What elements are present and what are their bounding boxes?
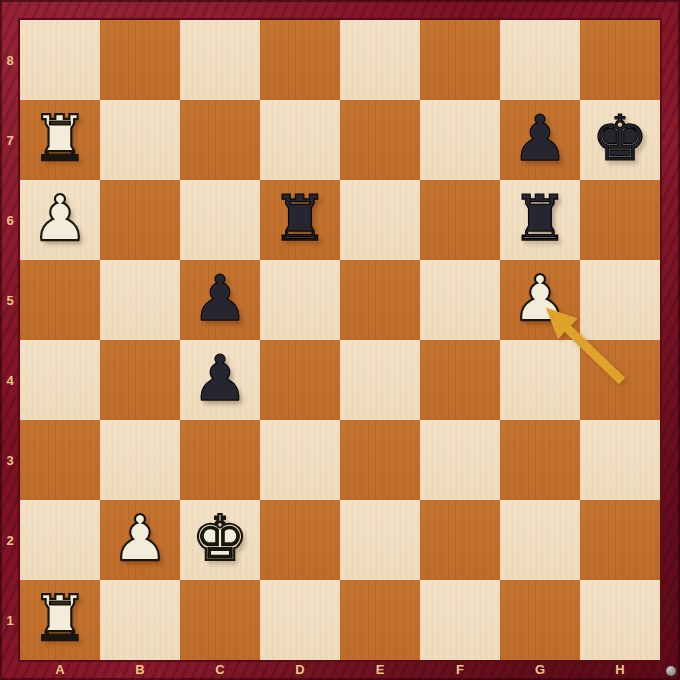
square-c6[interactable] bbox=[180, 180, 260, 260]
white-pawn[interactable]: ♟ bbox=[100, 500, 180, 580]
square-g4[interactable] bbox=[500, 340, 580, 420]
white-rook[interactable]: ♜ bbox=[20, 580, 100, 660]
square-a5[interactable] bbox=[20, 260, 100, 340]
black-rook[interactable]: ♜ bbox=[260, 180, 340, 260]
file-label-c: C bbox=[180, 659, 260, 679]
square-e6[interactable] bbox=[340, 180, 420, 260]
rank-label-2: 2 bbox=[0, 500, 20, 580]
square-h1[interactable] bbox=[580, 580, 660, 660]
corner-grip bbox=[666, 666, 676, 676]
square-f5[interactable] bbox=[420, 260, 500, 340]
rank-label-4: 4 bbox=[0, 340, 20, 420]
rank-label-6: 6 bbox=[0, 180, 20, 260]
square-b5[interactable] bbox=[100, 260, 180, 340]
square-c4[interactable]: ♟ bbox=[180, 340, 260, 420]
square-e3[interactable] bbox=[340, 420, 420, 500]
square-g8[interactable] bbox=[500, 20, 580, 100]
file-label-e: E bbox=[340, 659, 420, 679]
file-label-b: B bbox=[100, 659, 180, 679]
square-a4[interactable] bbox=[20, 340, 100, 420]
square-c8[interactable] bbox=[180, 20, 260, 100]
square-h5[interactable] bbox=[580, 260, 660, 340]
rank-label-3: 3 bbox=[0, 420, 20, 500]
square-h3[interactable] bbox=[580, 420, 660, 500]
black-pawn[interactable]: ♟ bbox=[180, 340, 260, 420]
square-b2[interactable]: ♟ bbox=[100, 500, 180, 580]
square-f3[interactable] bbox=[420, 420, 500, 500]
square-f4[interactable] bbox=[420, 340, 500, 420]
square-g5[interactable]: ♟ bbox=[500, 260, 580, 340]
rank-label-8: 8 bbox=[0, 20, 20, 100]
square-c1[interactable] bbox=[180, 580, 260, 660]
square-b8[interactable] bbox=[100, 20, 180, 100]
square-d8[interactable] bbox=[260, 20, 340, 100]
square-a7[interactable]: ♜ bbox=[20, 100, 100, 180]
rank-label-5: 5 bbox=[0, 260, 20, 340]
square-f6[interactable] bbox=[420, 180, 500, 260]
square-e7[interactable] bbox=[340, 100, 420, 180]
square-e2[interactable] bbox=[340, 500, 420, 580]
file-label-h: H bbox=[580, 659, 660, 679]
white-rook[interactable]: ♜ bbox=[20, 100, 100, 180]
square-d2[interactable] bbox=[260, 500, 340, 580]
white-king[interactable]: ♚ bbox=[180, 500, 260, 580]
square-f2[interactable] bbox=[420, 500, 500, 580]
square-f7[interactable] bbox=[420, 100, 500, 180]
square-g7[interactable]: ♟ bbox=[500, 100, 580, 180]
black-rook[interactable]: ♜ bbox=[500, 180, 580, 260]
file-label-f: F bbox=[420, 659, 500, 679]
square-b1[interactable] bbox=[100, 580, 180, 660]
square-f1[interactable] bbox=[420, 580, 500, 660]
square-g1[interactable] bbox=[500, 580, 580, 660]
square-b6[interactable] bbox=[100, 180, 180, 260]
rank-label-7: 7 bbox=[0, 100, 20, 180]
chess-board: ♜♟♚♟♜♜♟♟♟♟♚♜ bbox=[20, 20, 660, 660]
square-h8[interactable] bbox=[580, 20, 660, 100]
square-a3[interactable] bbox=[20, 420, 100, 500]
square-a6[interactable]: ♟ bbox=[20, 180, 100, 260]
square-d4[interactable] bbox=[260, 340, 340, 420]
square-c7[interactable] bbox=[180, 100, 260, 180]
square-e8[interactable] bbox=[340, 20, 420, 100]
square-a1[interactable]: ♜ bbox=[20, 580, 100, 660]
white-pawn[interactable]: ♟ bbox=[500, 260, 580, 340]
square-g3[interactable] bbox=[500, 420, 580, 500]
square-f8[interactable] bbox=[420, 20, 500, 100]
square-c3[interactable] bbox=[180, 420, 260, 500]
square-b4[interactable] bbox=[100, 340, 180, 420]
rank-label-1: 1 bbox=[0, 580, 20, 660]
square-a2[interactable] bbox=[20, 500, 100, 580]
square-h6[interactable] bbox=[580, 180, 660, 260]
square-g6[interactable]: ♜ bbox=[500, 180, 580, 260]
square-h4[interactable] bbox=[580, 340, 660, 420]
square-c2[interactable]: ♚ bbox=[180, 500, 260, 580]
file-label-d: D bbox=[260, 659, 340, 679]
square-d5[interactable] bbox=[260, 260, 340, 340]
square-h2[interactable] bbox=[580, 500, 660, 580]
square-c5[interactable]: ♟ bbox=[180, 260, 260, 340]
black-pawn[interactable]: ♟ bbox=[180, 260, 260, 340]
square-d1[interactable] bbox=[260, 580, 340, 660]
square-a8[interactable] bbox=[20, 20, 100, 100]
file-label-g: G bbox=[500, 659, 580, 679]
square-e4[interactable] bbox=[340, 340, 420, 420]
square-e5[interactable] bbox=[340, 260, 420, 340]
square-d7[interactable] bbox=[260, 100, 340, 180]
black-king[interactable]: ♚ bbox=[580, 100, 660, 180]
square-b7[interactable] bbox=[100, 100, 180, 180]
square-h7[interactable]: ♚ bbox=[580, 100, 660, 180]
square-b3[interactable] bbox=[100, 420, 180, 500]
square-d6[interactable]: ♜ bbox=[260, 180, 340, 260]
black-pawn[interactable]: ♟ bbox=[500, 100, 580, 180]
square-g2[interactable] bbox=[500, 500, 580, 580]
chess-board-frame: ♜♟♚♟♜♜♟♟♟♟♚♜ 87654321 ABCDEFGH bbox=[0, 0, 680, 680]
file-label-a: A bbox=[20, 659, 100, 679]
square-e1[interactable] bbox=[340, 580, 420, 660]
square-d3[interactable] bbox=[260, 420, 340, 500]
white-pawn[interactable]: ♟ bbox=[20, 180, 100, 260]
